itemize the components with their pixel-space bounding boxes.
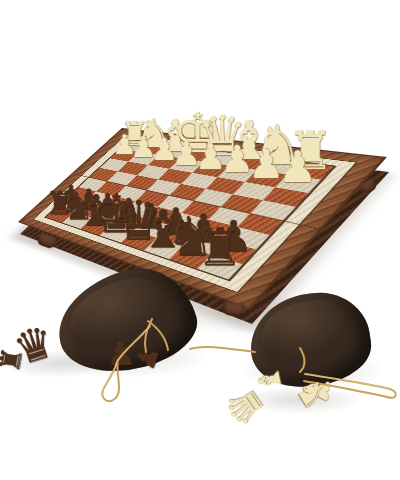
ground-shadow bbox=[238, 386, 363, 414]
product-photo-scene: ♜♞♝♚♟♛♟♟♝♟♞♟♜♟♟♟♟♟♜♟♞♟♝♟♚♟♛♟♝♟♞♜ ♛♜♟♟♛♝♞… bbox=[0, 0, 400, 480]
pouch-sheen bbox=[62, 268, 182, 355]
